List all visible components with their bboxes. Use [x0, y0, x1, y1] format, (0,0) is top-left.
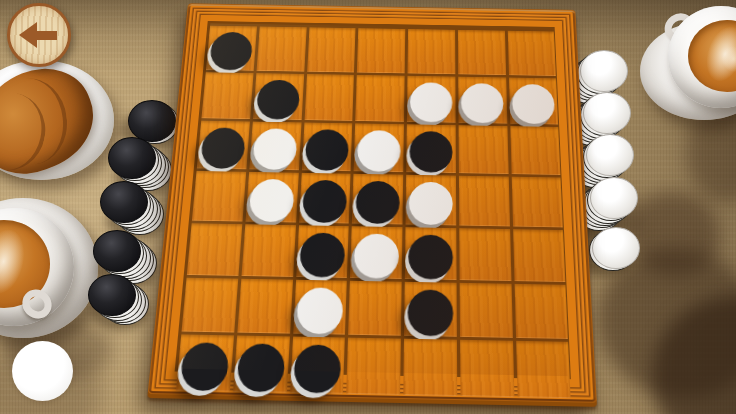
cell-h8[interactable]: [572, 342, 575, 398]
black-tray-disc: [88, 274, 136, 316]
cell-d7[interactable]: [348, 281, 401, 336]
back-button[interactable]: [7, 3, 71, 67]
black-disc: ●: [289, 332, 345, 396]
cell-a6[interactable]: [187, 223, 242, 276]
left-arrow-icon-shaft: [36, 31, 57, 40]
white-tray-disc: [592, 227, 640, 269]
black-disc: ●: [197, 117, 250, 171]
cell-h2[interactable]: [557, 32, 559, 76]
cell-h7[interactable]: [569, 285, 572, 339]
cell-f1[interactable]: [458, 28, 505, 29]
cell-h3[interactable]: [559, 78, 561, 124]
cell-g8[interactable]: [516, 341, 571, 398]
cell-b6[interactable]: [241, 224, 295, 277]
croissant-plate: [0, 60, 114, 180]
white-disc: ●: [350, 222, 402, 281]
cell-a2[interactable]: ●: [206, 26, 257, 71]
cell-d6[interactable]: ●: [350, 226, 402, 279]
cell-g3[interactable]: ●: [509, 78, 559, 125]
black-disc: ●: [176, 330, 234, 394]
white-tray-disc: [580, 50, 628, 92]
cell-d1[interactable]: [359, 26, 406, 27]
cell-d2[interactable]: [357, 28, 405, 73]
cell-a8[interactable]: ●: [176, 334, 234, 391]
cell-h5[interactable]: [564, 178, 566, 228]
white-disc: ●: [458, 73, 507, 125]
cell-b1[interactable]: [260, 24, 307, 25]
board-grid: ●●●●●●●●●●●●●●●●●●●●●●: [175, 21, 571, 379]
reversi-game-screen: ●●●●●●●●●●●●●●●●●●●●●●: [0, 0, 736, 414]
white-disc: ●: [245, 168, 298, 225]
cell-c1[interactable]: [309, 25, 356, 26]
reversi-board: ●●●●●●●●●●●●●●●●●●●●●●: [148, 3, 597, 402]
latte-fern: [0, 225, 30, 298]
cell-g7[interactable]: [514, 284, 568, 339]
cell-b8[interactable]: ●: [233, 335, 290, 392]
coffee-cup-bottom-left: [0, 192, 98, 342]
coffee-cup-top-right: [636, 2, 736, 120]
black-disc: ●: [233, 331, 290, 395]
cell-f6[interactable]: [459, 228, 511, 281]
cell-e7[interactable]: ●: [404, 282, 457, 337]
plant-shadow: [686, 108, 736, 202]
cell-f5[interactable]: [459, 176, 510, 227]
cell-h6[interactable]: [566, 230, 568, 282]
cell-b5[interactable]: ●: [245, 172, 298, 223]
cell-g4[interactable]: [510, 126, 561, 175]
white-disc: ●: [508, 74, 558, 126]
white-tray-disc: [583, 92, 631, 134]
black-tray-disc: [100, 181, 148, 223]
cell-e8[interactable]: [403, 339, 457, 396]
left-arrow-icon: [19, 22, 37, 48]
black-disc: ●: [404, 278, 457, 339]
cell-f7[interactable]: [459, 283, 512, 338]
cell-d8[interactable]: [346, 338, 400, 395]
cell-a4[interactable]: ●: [197, 121, 250, 170]
cell-h4[interactable]: [561, 127, 563, 175]
cell-c2[interactable]: [307, 27, 356, 72]
cell-f3[interactable]: ●: [458, 77, 507, 124]
cell-g5[interactable]: [511, 177, 563, 228]
cell-g1[interactable]: [507, 28, 554, 29]
white-disc-indicator: [12, 341, 73, 401]
cell-g6[interactable]: [513, 229, 566, 282]
white-tray-disc: [586, 134, 634, 176]
white-tray-disc: [590, 177, 638, 219]
black-disc: ●: [206, 22, 257, 72]
cell-f4[interactable]: [458, 125, 508, 174]
cell-c8[interactable]: ●: [290, 337, 346, 394]
cell-f8[interactable]: [460, 340, 514, 397]
black-tray-disc: [93, 230, 141, 272]
cell-a5[interactable]: [192, 171, 246, 222]
cell-e1[interactable]: [408, 27, 455, 28]
board-outer: ●●●●●●●●●●●●●●●●●●●●●●: [169, 0, 585, 413]
black-tray-disc: [108, 137, 156, 179]
